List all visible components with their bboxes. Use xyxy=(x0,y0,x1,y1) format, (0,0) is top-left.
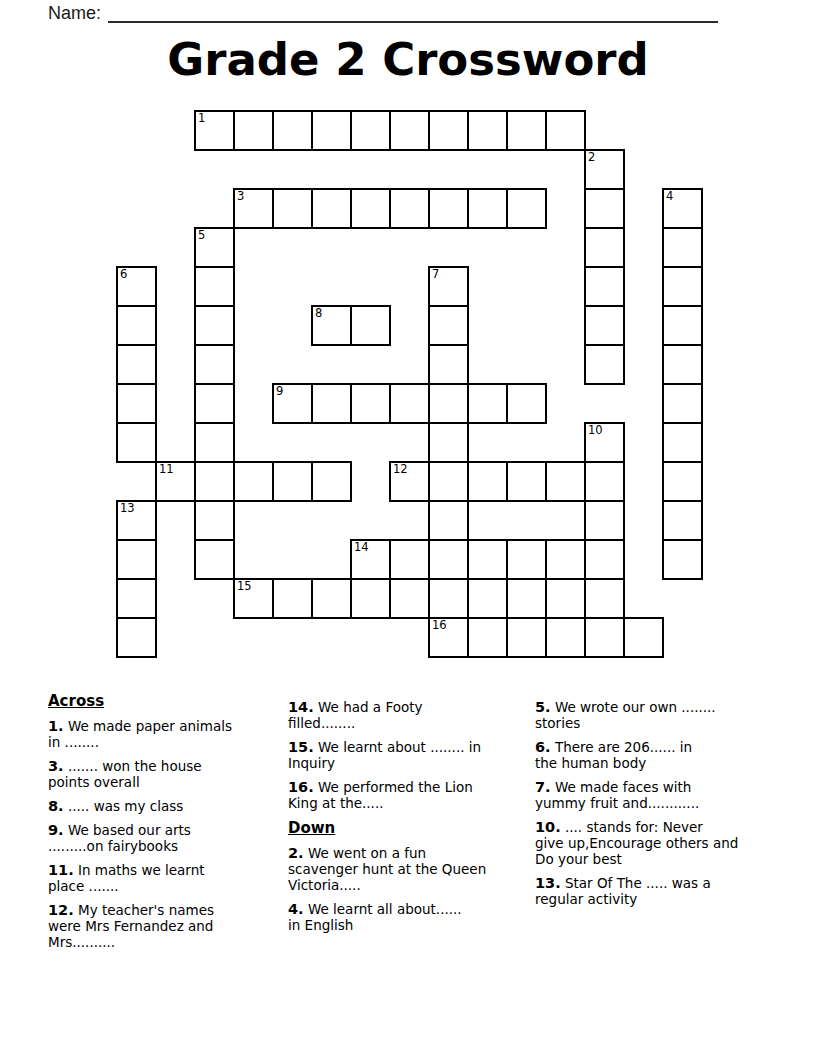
grid-cell-r5c6[interactable] xyxy=(350,305,391,346)
grid-cell-r3c2[interactable]: 5 xyxy=(194,227,235,268)
grid-cell-r6c8[interactable] xyxy=(428,344,469,385)
grid-cell-r13c11[interactable] xyxy=(545,617,586,658)
grid-cell-r0c2[interactable]: 1 xyxy=(194,110,235,151)
grid-cell-r10c2[interactable] xyxy=(194,500,235,541)
clue-16-across: 16. We performed the Lion King at the...… xyxy=(288,779,543,811)
grid-cell-r1c12[interactable]: 2 xyxy=(584,149,625,190)
cell-number-6: 6 xyxy=(120,268,127,281)
grid-cell-r7c0[interactable] xyxy=(116,383,157,424)
grid-cell-r2c3[interactable]: 3 xyxy=(233,188,274,229)
grid-cell-r8c12[interactable]: 10 xyxy=(584,422,625,463)
grid-cell-r8c14[interactable] xyxy=(662,422,703,463)
grid-cell-r7c9[interactable] xyxy=(467,383,508,424)
grid-cell-r12c0[interactable] xyxy=(116,578,157,619)
grid-cell-r4c12[interactable] xyxy=(584,266,625,307)
clue-10-down: 10. .... stands for: Never give up,Encou… xyxy=(535,819,797,867)
grid-cell-r2c12[interactable] xyxy=(584,188,625,229)
grid-cell-r13c0[interactable] xyxy=(116,617,157,658)
grid-cell-r0c10[interactable] xyxy=(506,110,547,151)
grid-cell-r9c5[interactable] xyxy=(311,461,352,502)
grid-cell-r9c4[interactable] xyxy=(272,461,313,502)
grid-cell-r0c9[interactable] xyxy=(467,110,508,151)
grid-cell-r5c8[interactable] xyxy=(428,305,469,346)
grid-cell-r2c10[interactable] xyxy=(506,188,547,229)
grid-cell-r6c2[interactable] xyxy=(194,344,235,385)
cell-number-3: 3 xyxy=(237,190,244,203)
grid-cell-r0c3[interactable] xyxy=(233,110,274,151)
grid-cell-r0c7[interactable] xyxy=(389,110,430,151)
grid-cell-r2c8[interactable] xyxy=(428,188,469,229)
grid-cell-r11c8[interactable] xyxy=(428,539,469,580)
grid-cell-r4c2[interactable] xyxy=(194,266,235,307)
grid-cell-r9c14[interactable] xyxy=(662,461,703,502)
down-header: Down xyxy=(288,819,543,837)
grid-cell-r2c4[interactable] xyxy=(272,188,313,229)
cell-number-7: 7 xyxy=(432,268,439,281)
cell-number-8: 8 xyxy=(315,307,322,320)
cell-number-15: 15 xyxy=(237,580,252,593)
grid-cell-r12c4[interactable] xyxy=(272,578,313,619)
grid-cell-r0c8[interactable] xyxy=(428,110,469,151)
grid-cell-r2c6[interactable] xyxy=(350,188,391,229)
grid-cell-r12c10[interactable] xyxy=(506,578,547,619)
grid-cell-r7c14[interactable] xyxy=(662,383,703,424)
grid-cell-r4c8[interactable]: 7 xyxy=(428,266,469,307)
grid-cell-r0c6[interactable] xyxy=(350,110,391,151)
clue-7-down: 7. We made faces with yummy fruit and...… xyxy=(535,779,797,811)
cell-number-14: 14 xyxy=(354,541,369,554)
grid-cell-r10c0[interactable]: 13 xyxy=(116,500,157,541)
grid-cell-r5c2[interactable] xyxy=(194,305,235,346)
grid-cell-r7c7[interactable] xyxy=(389,383,430,424)
clue-9-across: 9. We based our arts .........on fairybo… xyxy=(48,822,283,854)
grid-cell-r8c2[interactable] xyxy=(194,422,235,463)
grid-cell-r12c7[interactable] xyxy=(389,578,430,619)
cell-number-9: 9 xyxy=(276,385,283,398)
grid-cell-r3c12[interactable] xyxy=(584,227,625,268)
grid-cell-r6c12[interactable] xyxy=(584,344,625,385)
cell-number-16: 16 xyxy=(432,619,447,632)
crossword-worksheet: Name: Grade 2 Crossword 1234567891011121… xyxy=(0,0,816,1056)
grid-cell-r6c14[interactable] xyxy=(662,344,703,385)
grid-cell-r12c12[interactable] xyxy=(584,578,625,619)
name-fill-line[interactable] xyxy=(108,2,718,23)
cell-number-11: 11 xyxy=(159,463,174,476)
crossword-grid: 12345678910111213141516 xyxy=(116,110,704,659)
grid-cell-r5c14[interactable] xyxy=(662,305,703,346)
grid-cell-r9c3[interactable] xyxy=(233,461,274,502)
cell-number-10: 10 xyxy=(588,424,603,437)
grid-cell-r13c9[interactable] xyxy=(467,617,508,658)
grid-cell-r0c4[interactable] xyxy=(272,110,313,151)
grid-cell-r7c4[interactable]: 9 xyxy=(272,383,313,424)
grid-cell-r12c3[interactable]: 15 xyxy=(233,578,274,619)
clue-4-down: 4. We learnt all about...... in English xyxy=(288,901,543,933)
clue-12-across: 12. My teacher's names were Mrs Fernande… xyxy=(48,902,283,950)
clue-5-down: 5. We wrote our own ........ stories xyxy=(535,699,797,731)
grid-cell-r5c5[interactable]: 8 xyxy=(311,305,352,346)
grid-cell-r13c8[interactable]: 16 xyxy=(428,617,469,658)
grid-cell-r9c2[interactable] xyxy=(194,461,235,502)
grid-cell-r3c14[interactable] xyxy=(662,227,703,268)
grid-cell-r7c2[interactable] xyxy=(194,383,235,424)
grid-cell-r8c0[interactable] xyxy=(116,422,157,463)
grid-cell-r4c14[interactable] xyxy=(662,266,703,307)
grid-cell-r11c12[interactable] xyxy=(584,539,625,580)
grid-cell-r12c11[interactable] xyxy=(545,578,586,619)
grid-cell-r13c13[interactable] xyxy=(623,617,664,658)
grid-cell-r12c5[interactable] xyxy=(311,578,352,619)
grid-cell-r6c0[interactable] xyxy=(116,344,157,385)
grid-cell-r9c11[interactable] xyxy=(545,461,586,502)
across-header: Across xyxy=(48,692,283,710)
cell-number-13: 13 xyxy=(120,502,135,515)
clue-column-middle: 14. We had a Footy filled........15. We … xyxy=(288,699,543,941)
grid-cell-r9c12[interactable] xyxy=(584,461,625,502)
grid-cell-r0c5[interactable] xyxy=(311,110,352,151)
grid-cell-r10c8[interactable] xyxy=(428,500,469,541)
cell-number-12: 12 xyxy=(393,463,408,476)
cell-number-2: 2 xyxy=(588,151,595,164)
grid-cell-r7c6[interactable] xyxy=(350,383,391,424)
cell-number-5: 5 xyxy=(198,229,205,242)
grid-cell-r9c10[interactable] xyxy=(506,461,547,502)
grid-cell-r11c7[interactable] xyxy=(389,539,430,580)
grid-cell-r10c14[interactable] xyxy=(662,500,703,541)
grid-cell-r2c7[interactable] xyxy=(389,188,430,229)
clue-2-down: 2. We went on a fun scavenger hunt at th… xyxy=(288,845,543,893)
grid-cell-r2c5[interactable] xyxy=(311,188,352,229)
grid-cell-r11c14[interactable] xyxy=(662,539,703,580)
name-label: Name: xyxy=(48,3,101,24)
grid-cell-r5c12[interactable] xyxy=(584,305,625,346)
grid-cell-r2c14[interactable]: 4 xyxy=(662,188,703,229)
clue-13-down: 13. Star Of The ..... was a regular acti… xyxy=(535,875,797,907)
grid-cell-r11c2[interactable] xyxy=(194,539,235,580)
grid-cell-r5c0[interactable] xyxy=(116,305,157,346)
grid-cell-r7c5[interactable] xyxy=(311,383,352,424)
grid-cell-r2c9[interactable] xyxy=(467,188,508,229)
grid-cell-r7c10[interactable] xyxy=(506,383,547,424)
grid-cell-r12c8[interactable] xyxy=(428,578,469,619)
clue-1-across: 1. We made paper animals in ........ xyxy=(48,718,283,750)
clue-column-right: 5. We wrote our own ........ stories6. T… xyxy=(535,699,797,915)
grid-cell-r0c11[interactable] xyxy=(545,110,586,151)
grid-cell-r12c6[interactable] xyxy=(350,578,391,619)
grid-cell-r11c0[interactable] xyxy=(116,539,157,580)
grid-cell-r12c9[interactable] xyxy=(467,578,508,619)
grid-cell-r13c10[interactable] xyxy=(506,617,547,658)
grid-cell-r4c0[interactable]: 6 xyxy=(116,266,157,307)
cell-number-4: 4 xyxy=(666,190,673,203)
clue-15-across: 15. We learnt about ........ in Inquiry xyxy=(288,739,543,771)
grid-cell-r11c9[interactable] xyxy=(467,539,508,580)
page-title: Grade 2 Crossword xyxy=(0,33,816,86)
clue-11-across: 11. In maths we learnt place ....... xyxy=(48,862,283,894)
grid-cell-r7c8[interactable] xyxy=(428,383,469,424)
grid-cell-r11c11[interactable] xyxy=(545,539,586,580)
grid-cell-r11c6[interactable]: 14 xyxy=(350,539,391,580)
grid-cell-r9c1[interactable]: 11 xyxy=(155,461,196,502)
grid-cell-r13c12[interactable] xyxy=(584,617,625,658)
clue-3-across: 3. ....... won the house points overall xyxy=(48,758,283,790)
clue-6-down: 6. There are 206...... in the human body xyxy=(535,739,797,771)
grid-cell-r9c7[interactable]: 12 xyxy=(389,461,430,502)
clue-column-left: Across1. We made paper animals in ......… xyxy=(48,692,283,958)
grid-cell-r9c8[interactable] xyxy=(428,461,469,502)
grid-cell-r11c10[interactable] xyxy=(506,539,547,580)
cell-number-1: 1 xyxy=(198,112,205,125)
clue-14-across: 14. We had a Footy filled........ xyxy=(288,699,543,731)
grid-cell-r9c9[interactable] xyxy=(467,461,508,502)
grid-cell-r8c8[interactable] xyxy=(428,422,469,463)
grid-cell-r10c12[interactable] xyxy=(584,500,625,541)
clue-8-across: 8. ..... was my class xyxy=(48,798,283,814)
